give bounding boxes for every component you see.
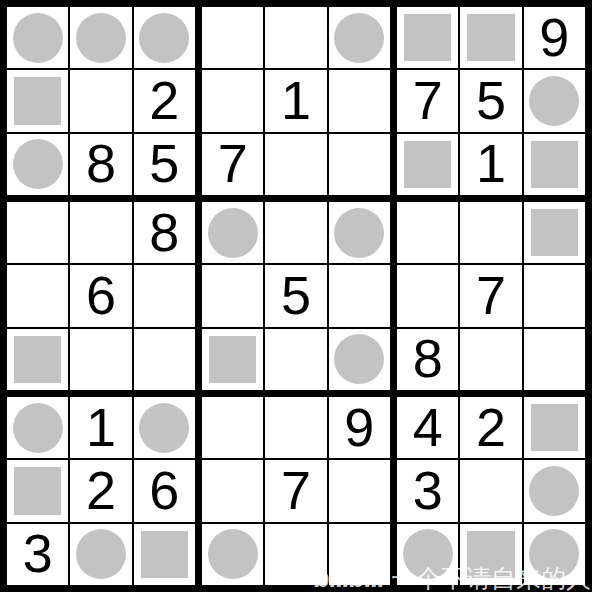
given-digit: 1 [476,136,506,190]
even-square-marker [14,467,61,514]
cell-r2c3[interactable]: 2 [134,70,195,131]
even-square-marker [467,531,514,578]
given-digit: 7 [413,73,443,127]
box-1-2: 17 [202,7,390,195]
cell-r3c4[interactable]: 7 [202,134,263,195]
odd-circle-marker [529,76,579,126]
cell-r4c5[interactable] [265,202,326,263]
odd-circle-marker [139,13,189,63]
cell-r4c7[interactable] [397,202,458,263]
cell-r8c9[interactable] [524,460,585,521]
cell-r9c1[interactable]: 3 [7,524,68,585]
cell-r3c6[interactable] [329,134,390,195]
cell-r8c7[interactable]: 3 [397,460,458,521]
cell-r9c4[interactable] [202,524,263,585]
given-digit: 6 [86,268,116,322]
cell-r2c6[interactable] [329,70,390,131]
cell-r5c1[interactable] [7,265,68,326]
given-digit: 9 [344,400,374,454]
cell-r5c2[interactable]: 6 [70,265,131,326]
cell-r7c9[interactable] [524,397,585,458]
even-square-marker [531,404,578,451]
cell-r6c5[interactable] [265,329,326,390]
cell-r6c4[interactable] [202,329,263,390]
odd-circle-marker [208,208,258,258]
cell-r8c6[interactable] [329,460,390,521]
odd-circle-marker [208,529,258,579]
box-2-1: 86 [7,202,195,390]
odd-circle-marker [529,466,579,516]
given-digit: 9 [539,10,569,64]
cell-r2c1[interactable] [7,70,68,131]
given-digit: 7 [281,463,311,517]
odd-circle-marker [139,403,189,453]
cell-r8c2[interactable]: 2 [70,460,131,521]
cell-r4c9[interactable] [524,202,585,263]
cell-r3c8[interactable]: 1 [460,134,521,195]
given-digit: 8 [413,331,443,385]
cell-r5c6[interactable] [329,265,390,326]
cell-r4c4[interactable] [202,202,263,263]
cell-r2c5[interactable]: 1 [265,70,326,131]
cell-r7c7[interactable]: 4 [397,397,458,458]
cell-r7c2[interactable]: 1 [70,397,131,458]
even-square-marker [467,14,514,61]
cell-r1c3[interactable] [134,7,195,68]
even-square-marker [404,14,451,61]
cell-r8c4[interactable] [202,460,263,521]
cell-r7c3[interactable] [134,397,195,458]
cell-r4c1[interactable] [7,202,68,263]
cell-r8c1[interactable] [7,460,68,521]
sudoku-board: 28517975186578126397423 [0,0,592,592]
cell-r6c1[interactable] [7,329,68,390]
odd-circle-marker [334,13,384,63]
cell-r2c7[interactable]: 7 [397,70,458,131]
given-digit: 2 [149,73,179,127]
cell-r3c3[interactable]: 5 [134,134,195,195]
cell-r1c9[interactable]: 9 [524,7,585,68]
odd-circle-marker [334,208,384,258]
even-square-marker [209,336,256,383]
cell-r6c8[interactable] [460,329,521,390]
given-digit: 1 [86,400,116,454]
cell-r8c8[interactable] [460,460,521,521]
given-digit: 1 [281,73,311,127]
even-square-marker [404,141,451,188]
cell-r1c6[interactable] [329,7,390,68]
even-square-marker [141,531,188,578]
cell-r9c2[interactable] [70,524,131,585]
box-1-1: 285 [7,7,195,195]
cell-r7c6[interactable]: 9 [329,397,390,458]
even-square-marker [531,141,578,188]
given-digit: 3 [23,526,53,580]
odd-circle-marker [76,13,126,63]
odd-circle-marker [13,139,63,189]
cell-r4c2[interactable] [70,202,131,263]
cell-r8c5[interactable]: 7 [265,460,326,521]
cell-r3c5[interactable] [265,134,326,195]
odd-circle-marker [13,403,63,453]
box-3-2: 97 [202,397,390,585]
cell-r5c7[interactable] [397,265,458,326]
given-digit: 8 [149,205,179,259]
cell-r1c7[interactable] [397,7,458,68]
even-square-marker [14,336,61,383]
cell-r2c8[interactable]: 5 [460,70,521,131]
given-digit: 8 [86,136,116,190]
odd-circle-marker [13,13,63,63]
box-3-3: 423 [397,397,585,585]
given-digit: 2 [86,463,116,517]
cell-r4c8[interactable] [460,202,521,263]
cell-r5c9[interactable] [524,265,585,326]
given-digit: 3 [413,463,443,517]
odd-circle-marker [403,529,453,579]
given-digit: 6 [149,463,179,517]
cell-r8c3[interactable]: 6 [134,460,195,521]
cell-r6c7[interactable]: 8 [397,329,458,390]
cell-r9c5[interactable] [265,524,326,585]
given-digit: 2 [476,400,506,454]
cell-r3c2[interactable]: 8 [70,134,131,195]
cell-r6c2[interactable] [70,329,131,390]
cell-r1c2[interactable] [70,7,131,68]
cell-r2c9[interactable] [524,70,585,131]
cell-r3c9[interactable] [524,134,585,195]
cell-r6c3[interactable] [134,329,195,390]
given-digit: 7 [218,136,248,190]
given-digit: 5 [281,268,311,322]
odd-circle-marker [529,529,579,579]
cell-r1c8[interactable] [460,7,521,68]
cell-r9c6[interactable] [329,524,390,585]
cell-r3c1[interactable] [7,134,68,195]
even-square-marker [531,209,578,256]
cell-r7c8[interactable]: 2 [460,397,521,458]
odd-circle-marker [76,529,126,579]
given-digit: 7 [476,268,506,322]
given-digit: 4 [413,400,443,454]
cell-r9c9[interactable] [524,524,585,585]
cell-r2c4[interactable] [202,70,263,131]
cell-r6c6[interactable] [329,329,390,390]
cell-r3c7[interactable] [397,134,458,195]
odd-circle-marker [334,334,384,384]
cell-r7c1[interactable] [7,397,68,458]
box-2-3: 78 [397,202,585,390]
cell-r2c2[interactable] [70,70,131,131]
box-2-2: 5 [202,202,390,390]
cell-r1c4[interactable] [202,7,263,68]
cell-r5c5[interactable]: 5 [265,265,326,326]
cell-r7c5[interactable] [265,397,326,458]
cell-r6c9[interactable] [524,329,585,390]
screenshot-stage: 28517975186578126397423 bilibili 一个不请自来的… [0,0,592,592]
cell-r5c8[interactable]: 7 [460,265,521,326]
box-1-3: 9751 [397,7,585,195]
given-digit: 5 [476,73,506,127]
cell-r9c7[interactable] [397,524,458,585]
given-digit: 5 [149,136,179,190]
cell-r9c8[interactable] [460,524,521,585]
cell-r1c5[interactable] [265,7,326,68]
even-square-marker [14,77,61,124]
cell-r4c6[interactable] [329,202,390,263]
cell-r9c3[interactable] [134,524,195,585]
box-3-1: 1263 [7,397,195,585]
cell-r5c4[interactable] [202,265,263,326]
cell-r1c1[interactable] [7,7,68,68]
cell-r7c4[interactable] [202,397,263,458]
cell-r4c3[interactable]: 8 [134,202,195,263]
cell-r5c3[interactable] [134,265,195,326]
